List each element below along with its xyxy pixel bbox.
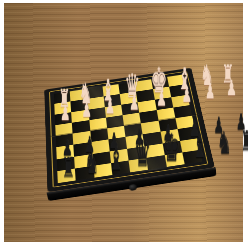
board-edge-left [44,89,48,197]
piece-bB: ♝ [108,144,123,173]
piece-wP: ♟ [205,82,215,101]
cell-7-4: ♚ [154,142,188,168]
cell-7-1: ♞ [78,154,104,180]
scene: ♜♞♝♛♚♝♞♜♟♟♟♟♟♟♟♟♟♟♟♟♟♟♟♟♜♞♝♛♚♝♞♜ [0,0,248,248]
product-photo: ♜♞♝♛♚♝♞♜♟♟♟♟♟♟♟♟♟♟♟♟♟♟♟♟♜♞♝♛♚♝♞♜ [0,0,248,248]
piece-bK: ♚ [163,131,181,165]
clasp-latch-icon [129,184,137,191]
piece-wP: ♟ [104,97,114,116]
piece-wP: ♟ [129,93,139,112]
piece-bB: ♝ [192,132,207,161]
cell-7-0: ♜ [57,157,80,183]
chess-board: ♜♞♝♛♚♝♞♜♟♟♟♟♟♟♟♟♟♟♟♟♟♟♟♟♜♞♝♛♚♝♞♜ [44,68,214,193]
piece-wP: ♟ [60,103,70,122]
piece-wP: ♟ [227,79,237,98]
piece-bN: ♞ [217,129,232,157]
piece-bN: ♞ [84,149,99,177]
cell-7-2: ♝ [102,150,130,176]
piece-bR: ♜ [241,129,248,153]
piece-wP: ♟ [81,100,91,119]
piece-bR: ♜ [62,156,75,180]
piece-bQ: ♛ [134,137,151,169]
piece-wP: ♟ [156,89,166,108]
piece-wP: ♟ [182,85,192,104]
cell-7-3: ♛ [126,146,157,172]
